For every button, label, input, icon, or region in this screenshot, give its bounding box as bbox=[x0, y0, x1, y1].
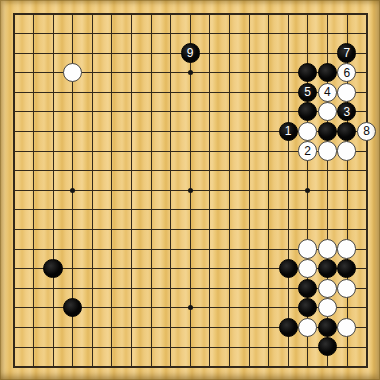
white-stone bbox=[318, 279, 337, 298]
intersection-cell bbox=[278, 259, 298, 279]
black-stone bbox=[279, 318, 298, 337]
intersection-cell bbox=[318, 278, 338, 298]
intersection-cell: 8 bbox=[357, 122, 377, 142]
intersection-cell bbox=[43, 259, 63, 279]
intersection-cell bbox=[298, 239, 318, 259]
black-stone bbox=[318, 63, 337, 82]
stones-layer: 976543182 bbox=[4, 4, 376, 376]
white-stone bbox=[63, 63, 82, 82]
intersection-cell bbox=[63, 63, 83, 83]
intersection-cell bbox=[337, 122, 357, 142]
intersection-cell: 2 bbox=[298, 141, 318, 161]
intersection-cell bbox=[298, 63, 318, 83]
intersection-cell: 5 bbox=[298, 82, 318, 102]
move-number-label: 8 bbox=[363, 125, 370, 137]
black-stone-move-7: 7 bbox=[337, 43, 356, 62]
black-stone bbox=[298, 102, 317, 121]
intersection-cell: 4 bbox=[318, 82, 338, 102]
intersection-cell bbox=[298, 278, 318, 298]
white-stone bbox=[318, 298, 337, 317]
intersection-cell bbox=[318, 318, 338, 338]
intersection-cell: 3 bbox=[337, 102, 357, 122]
black-stone bbox=[318, 122, 337, 141]
black-stone bbox=[298, 63, 317, 82]
intersection-cell bbox=[318, 141, 338, 161]
white-stone bbox=[298, 259, 317, 278]
intersection-cell bbox=[298, 102, 318, 122]
intersection-cell bbox=[337, 278, 357, 298]
move-number-label: 7 bbox=[344, 47, 351, 59]
white-stone-move-4: 4 bbox=[318, 83, 337, 102]
intersection-cell: 9 bbox=[180, 43, 200, 63]
intersection-cell bbox=[318, 239, 338, 259]
white-stone bbox=[298, 239, 317, 258]
white-stone bbox=[337, 239, 356, 258]
move-number-label: 1 bbox=[285, 125, 292, 137]
move-number-label: 5 bbox=[304, 86, 311, 98]
intersection-cell bbox=[318, 259, 338, 279]
black-stone bbox=[318, 337, 337, 356]
intersection-cell bbox=[298, 259, 318, 279]
black-stone-move-5: 5 bbox=[298, 83, 317, 102]
intersection-cell bbox=[298, 318, 318, 338]
black-stone bbox=[298, 279, 317, 298]
white-stone bbox=[337, 141, 356, 160]
move-number-label: 3 bbox=[344, 106, 351, 118]
intersection-cell: 7 bbox=[337, 43, 357, 63]
black-stone bbox=[279, 259, 298, 278]
black-stone bbox=[63, 298, 82, 317]
black-stone-move-9: 9 bbox=[181, 43, 200, 62]
intersection-cell: 1 bbox=[278, 122, 298, 142]
white-stone bbox=[337, 279, 356, 298]
black-stone-move-3: 3 bbox=[337, 102, 356, 121]
white-stone bbox=[337, 83, 356, 102]
black-stone bbox=[318, 318, 337, 337]
move-number-label: 6 bbox=[344, 67, 351, 79]
move-number-label: 9 bbox=[187, 47, 194, 59]
white-stone bbox=[337, 318, 356, 337]
intersection-cell bbox=[318, 63, 338, 83]
white-stone bbox=[318, 141, 337, 160]
white-stone bbox=[298, 122, 317, 141]
move-number-label: 4 bbox=[324, 86, 331, 98]
intersection-cell bbox=[337, 318, 357, 338]
intersection-cell bbox=[318, 298, 338, 318]
intersection-cell bbox=[337, 82, 357, 102]
white-stone-move-6: 6 bbox=[337, 63, 356, 82]
intersection-cell bbox=[278, 318, 298, 338]
black-stone bbox=[337, 122, 356, 141]
white-stone bbox=[318, 102, 337, 121]
intersection-cell bbox=[318, 102, 338, 122]
intersection-cell bbox=[337, 259, 357, 279]
black-stone bbox=[298, 298, 317, 317]
intersection-cell bbox=[298, 122, 318, 142]
black-stone bbox=[43, 259, 62, 278]
white-stone bbox=[298, 318, 317, 337]
white-stone-move-8: 8 bbox=[357, 122, 376, 141]
intersection-cell bbox=[63, 298, 83, 318]
white-stone-move-2: 2 bbox=[298, 141, 317, 160]
intersection-cell bbox=[337, 141, 357, 161]
white-stone bbox=[318, 239, 337, 258]
move-number-label: 2 bbox=[304, 145, 311, 157]
intersection-cell bbox=[318, 337, 338, 357]
intersection-cell bbox=[318, 122, 338, 142]
intersection-cell bbox=[337, 239, 357, 259]
intersection-cell: 6 bbox=[337, 63, 357, 83]
black-stone bbox=[318, 259, 337, 278]
intersection-cell bbox=[298, 298, 318, 318]
black-stone bbox=[337, 259, 356, 278]
go-board: 976543182 bbox=[0, 0, 380, 380]
black-stone-move-1: 1 bbox=[279, 122, 298, 141]
